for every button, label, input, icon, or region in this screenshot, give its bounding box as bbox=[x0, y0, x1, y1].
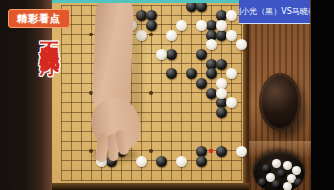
white-stone bbox=[176, 156, 187, 167]
black-stone bbox=[166, 68, 177, 79]
right-letterbox bbox=[311, 0, 334, 190]
bowl-black-stone bbox=[262, 164, 271, 173]
white-stone bbox=[226, 97, 237, 108]
white-stone bbox=[236, 146, 247, 157]
white-stone bbox=[136, 156, 147, 167]
white-stone bbox=[216, 88, 227, 99]
black-stone bbox=[156, 156, 167, 167]
black-stone bbox=[166, 49, 177, 60]
move-marker bbox=[209, 149, 213, 153]
white-stone bbox=[206, 39, 217, 50]
white-stone bbox=[166, 30, 177, 41]
video-frame: 精彩看点 不容忽视的次序 刘小光（黑）VS马晓春 bbox=[0, 0, 334, 190]
top-border-line bbox=[52, 0, 240, 3]
bowl-white-stone bbox=[283, 182, 292, 190]
white-stone bbox=[196, 20, 207, 31]
white-stone bbox=[216, 20, 227, 31]
black-stone bbox=[216, 107, 227, 118]
black-stone bbox=[216, 146, 227, 157]
board-grid bbox=[56, 1, 246, 185]
black-stone bbox=[196, 78, 207, 89]
black-stone bbox=[186, 68, 197, 79]
board-bottom-edge bbox=[52, 183, 249, 190]
black-stone bbox=[196, 156, 207, 167]
white-stone bbox=[156, 49, 167, 60]
go-bowl-with-stones bbox=[253, 151, 305, 190]
bowl-black-stone bbox=[277, 169, 286, 178]
vertical-caption: 不容忽视的次序 bbox=[38, 26, 62, 190]
bowl-black-stone bbox=[258, 178, 267, 187]
bowl-white-stone bbox=[283, 161, 292, 170]
white-stone bbox=[226, 10, 237, 21]
player-banner: 刘小光（黑）VS马晓春 bbox=[239, 0, 310, 24]
bowl-white-stone bbox=[272, 159, 281, 168]
black-stone bbox=[196, 49, 207, 60]
white-stone bbox=[176, 20, 187, 31]
black-stone bbox=[206, 68, 217, 79]
go-bowl-lid bbox=[259, 73, 301, 131]
white-stone bbox=[226, 68, 237, 79]
bowl-black-stone bbox=[272, 180, 281, 189]
black-stone bbox=[216, 59, 227, 70]
black-stone bbox=[146, 20, 157, 31]
white-stone bbox=[226, 30, 237, 41]
